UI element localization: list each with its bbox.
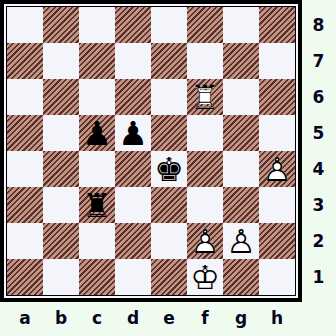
square-b4[interactable] [43, 151, 79, 187]
square-g1[interactable] [223, 259, 259, 295]
black-pawn[interactable]: ♟ [79, 115, 115, 151]
square-d8[interactable] [115, 7, 151, 43]
square-f6[interactable]: ♜♖ [187, 79, 223, 115]
square-d1[interactable] [115, 259, 151, 295]
square-a5[interactable] [7, 115, 43, 151]
square-b5[interactable] [43, 115, 79, 151]
square-a4[interactable] [7, 151, 43, 187]
piece-outline-glyph: ♔ [187, 259, 223, 295]
white-rook[interactable]: ♜♖ [187, 79, 223, 115]
piece-outline-glyph: ♙ [259, 151, 295, 187]
file-label-a: a [7, 302, 43, 335]
rank-labels: 87654321 [302, 7, 335, 295]
square-h8[interactable] [259, 7, 295, 43]
piece-outline-glyph: ♖ [187, 79, 223, 115]
square-h3[interactable] [259, 187, 295, 223]
rank-label-1: 1 [302, 259, 335, 295]
square-g4[interactable] [223, 151, 259, 187]
square-c1[interactable] [79, 259, 115, 295]
rank-label-4: 4 [302, 151, 335, 187]
square-f8[interactable] [187, 7, 223, 43]
file-label-h: h [259, 302, 295, 335]
file-label-d: d [115, 302, 151, 335]
square-b2[interactable] [43, 223, 79, 259]
square-f1[interactable]: ♚♔ [187, 259, 223, 295]
square-c5[interactable]: ♟ [79, 115, 115, 151]
square-d5[interactable]: ♟ [115, 115, 151, 151]
square-d3[interactable] [115, 187, 151, 223]
white-pawn[interactable]: ♟♙ [223, 223, 259, 259]
white-king[interactable]: ♚♔ [187, 259, 223, 295]
square-a1[interactable] [7, 259, 43, 295]
square-h7[interactable] [259, 43, 295, 79]
square-e3[interactable] [151, 187, 187, 223]
square-e7[interactable] [151, 43, 187, 79]
square-e4[interactable]: ♚ [151, 151, 187, 187]
square-g2[interactable]: ♟♙ [223, 223, 259, 259]
square-f3[interactable] [187, 187, 223, 223]
square-b7[interactable] [43, 43, 79, 79]
square-h6[interactable] [259, 79, 295, 115]
rank-label-7: 7 [302, 43, 335, 79]
file-label-e: e [151, 302, 187, 335]
square-e6[interactable] [151, 79, 187, 115]
square-g7[interactable] [223, 43, 259, 79]
square-c2[interactable] [79, 223, 115, 259]
square-h2[interactable] [259, 223, 295, 259]
file-label-f: f [187, 302, 223, 335]
square-g5[interactable] [223, 115, 259, 151]
square-h5[interactable] [259, 115, 295, 151]
square-h4[interactable]: ♟♙ [259, 151, 295, 187]
square-a3[interactable] [7, 187, 43, 223]
square-f4[interactable] [187, 151, 223, 187]
square-c3[interactable]: ♜ [79, 187, 115, 223]
black-rook[interactable]: ♜ [79, 187, 115, 223]
square-g8[interactable] [223, 7, 259, 43]
square-a6[interactable] [7, 79, 43, 115]
rank-label-8: 8 [302, 7, 335, 43]
square-c8[interactable] [79, 7, 115, 43]
square-h1[interactable] [259, 259, 295, 295]
square-c4[interactable] [79, 151, 115, 187]
square-e1[interactable] [151, 259, 187, 295]
file-label-b: b [43, 302, 79, 335]
square-b8[interactable] [43, 7, 79, 43]
piece-outline-glyph: ♙ [187, 223, 223, 259]
board-frame: ♜♖♟♟♚♟♙♜♟♙♟♙♚♔ [0, 0, 302, 302]
square-a2[interactable] [7, 223, 43, 259]
chess-board: ♜♖♟♟♚♟♙♜♟♙♟♙♚♔ [6, 6, 296, 296]
square-d2[interactable] [115, 223, 151, 259]
piece-outline-glyph: ♙ [223, 223, 259, 259]
square-g6[interactable] [223, 79, 259, 115]
square-e8[interactable] [151, 7, 187, 43]
file-label-c: c [79, 302, 115, 335]
piece-glyph: ♜ [79, 187, 115, 223]
square-e2[interactable] [151, 223, 187, 259]
square-b1[interactable] [43, 259, 79, 295]
square-b3[interactable] [43, 187, 79, 223]
square-f2[interactable]: ♟♙ [187, 223, 223, 259]
black-pawn[interactable]: ♟ [115, 115, 151, 151]
square-c7[interactable] [79, 43, 115, 79]
piece-glyph: ♟ [79, 115, 115, 151]
rank-label-6: 6 [302, 79, 335, 115]
rank-label-2: 2 [302, 223, 335, 259]
square-d7[interactable] [115, 43, 151, 79]
piece-glyph: ♟ [115, 115, 151, 151]
square-d6[interactable] [115, 79, 151, 115]
square-f7[interactable] [187, 43, 223, 79]
square-f5[interactable] [187, 115, 223, 151]
black-king[interactable]: ♚ [151, 151, 187, 187]
file-label-g: g [223, 302, 259, 335]
white-pawn[interactable]: ♟♙ [259, 151, 295, 187]
square-d4[interactable] [115, 151, 151, 187]
square-a8[interactable] [7, 7, 43, 43]
piece-glyph: ♚ [151, 151, 187, 187]
square-e5[interactable] [151, 115, 187, 151]
white-pawn[interactable]: ♟♙ [187, 223, 223, 259]
square-g3[interactable] [223, 187, 259, 223]
rank-label-5: 5 [302, 115, 335, 151]
file-labels: abcdefgh [7, 302, 295, 335]
square-c6[interactable] [79, 79, 115, 115]
rank-label-3: 3 [302, 187, 335, 223]
square-b6[interactable] [43, 79, 79, 115]
square-a7[interactable] [7, 43, 43, 79]
